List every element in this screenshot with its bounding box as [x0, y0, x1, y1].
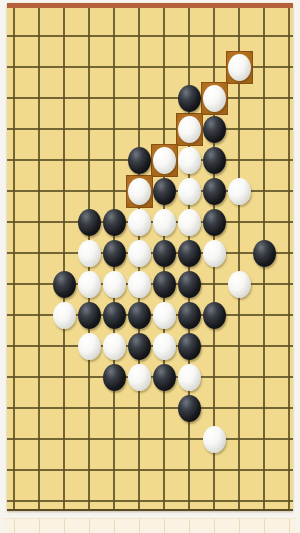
stone-black [178, 395, 201, 422]
stone-white [153, 333, 176, 360]
stone-white [203, 85, 226, 112]
grid-line-vertical [38, 8, 40, 509]
tray-grid-line [289, 519, 290, 533]
stone-black [53, 271, 76, 298]
stone-white [128, 364, 151, 391]
tray-grid-line [264, 519, 265, 533]
stone-white [78, 271, 101, 298]
stone-white [128, 240, 151, 267]
grid-line-horizontal [7, 407, 293, 409]
stone-white [178, 364, 201, 391]
stone-white [78, 333, 101, 360]
stone-black [78, 302, 101, 329]
stone-white [178, 178, 201, 205]
tray-grid-line [39, 519, 40, 533]
stone-black [103, 302, 126, 329]
tray-grid-line [14, 519, 15, 533]
stone-black [78, 209, 101, 236]
stone-black [153, 364, 176, 391]
stone-white [228, 271, 251, 298]
grid-line-horizontal [7, 500, 293, 502]
stone-black [128, 147, 151, 174]
tray-grid-line [139, 519, 140, 533]
stone-black [128, 333, 151, 360]
stone-white [103, 271, 126, 298]
grid-line-vertical [288, 8, 290, 509]
stone-black [153, 271, 176, 298]
stone-white [178, 116, 201, 143]
tray-grid-line [89, 519, 90, 533]
stone-black [178, 85, 201, 112]
grid-line-horizontal [7, 469, 293, 471]
stone-white [178, 147, 201, 174]
stone-white [153, 147, 176, 174]
stone-black [128, 302, 151, 329]
bottom-tray-strip [4, 518, 296, 533]
stone-white [228, 178, 251, 205]
tray-grid-line [189, 519, 190, 533]
stone-white [203, 426, 226, 453]
stone-black [153, 240, 176, 267]
grid-line-horizontal [7, 438, 293, 440]
stone-black [253, 240, 276, 267]
grid-line-horizontal [7, 35, 293, 37]
stone-black [103, 364, 126, 391]
tray-grid-line [214, 519, 215, 533]
stone-white [128, 178, 151, 205]
tray-grid-line [164, 519, 165, 533]
stone-white [178, 209, 201, 236]
tray-grid-line [239, 519, 240, 533]
stone-white [203, 240, 226, 267]
stone-white [228, 54, 251, 81]
grid-line-horizontal [7, 97, 293, 99]
goban-board[interactable] [7, 3, 293, 511]
stone-white [153, 209, 176, 236]
stone-black [203, 209, 226, 236]
stone-black [103, 209, 126, 236]
stone-white [53, 302, 76, 329]
stone-black [178, 333, 201, 360]
stone-black [203, 116, 226, 143]
stone-black [203, 302, 226, 329]
stone-white [128, 271, 151, 298]
stone-black [153, 178, 176, 205]
stone-black [178, 302, 201, 329]
tray-grid-line [64, 519, 65, 533]
grid-line-vertical [63, 8, 65, 509]
stone-white [103, 333, 126, 360]
stone-white [153, 302, 176, 329]
board-surface [7, 8, 293, 509]
screen [0, 0, 300, 533]
stone-white [78, 240, 101, 267]
tray-grid-line [114, 519, 115, 533]
grid-line-vertical [13, 8, 15, 509]
grid-line-horizontal [7, 128, 293, 130]
stone-white [128, 209, 151, 236]
stone-black [203, 147, 226, 174]
stone-black [103, 240, 126, 267]
stone-black [178, 271, 201, 298]
stone-black [203, 178, 226, 205]
stone-black [178, 240, 201, 267]
